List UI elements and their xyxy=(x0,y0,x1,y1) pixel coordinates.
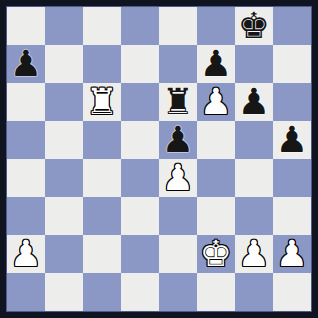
square-d5[interactable] xyxy=(121,121,159,159)
square-b1[interactable] xyxy=(45,273,83,311)
square-h6[interactable] xyxy=(273,83,311,121)
square-c7[interactable] xyxy=(83,45,121,83)
square-e7[interactable] xyxy=(159,45,197,83)
square-b8[interactable] xyxy=(45,7,83,45)
square-f6[interactable]: ♟ xyxy=(197,83,235,121)
square-b2[interactable] xyxy=(45,235,83,273)
square-d4[interactable] xyxy=(121,159,159,197)
square-a7[interactable]: ♟ xyxy=(7,45,45,83)
square-h4[interactable] xyxy=(273,159,311,197)
square-e3[interactable] xyxy=(159,197,197,235)
square-g7[interactable] xyxy=(235,45,273,83)
square-c8[interactable] xyxy=(83,7,121,45)
square-a5[interactable] xyxy=(7,121,45,159)
square-d3[interactable] xyxy=(121,197,159,235)
square-a6[interactable] xyxy=(7,83,45,121)
black-king: ♚ xyxy=(238,7,270,45)
black-pawn: ♟ xyxy=(276,121,308,159)
square-f7[interactable]: ♟ xyxy=(197,45,235,83)
square-b4[interactable] xyxy=(45,159,83,197)
board-frame: ♚♟♟♜♜♟♟♟♟♟♟♚♟♟ xyxy=(0,0,318,318)
square-c4[interactable] xyxy=(83,159,121,197)
square-b7[interactable] xyxy=(45,45,83,83)
square-h2[interactable]: ♟ xyxy=(273,235,311,273)
chess-board: ♚♟♟♜♜♟♟♟♟♟♟♚♟♟ xyxy=(7,7,311,311)
square-d7[interactable] xyxy=(121,45,159,83)
white-rook: ♜ xyxy=(86,83,118,121)
square-c5[interactable] xyxy=(83,121,121,159)
white-pawn: ♟ xyxy=(276,235,308,273)
square-b5[interactable] xyxy=(45,121,83,159)
square-g2[interactable]: ♟ xyxy=(235,235,273,273)
square-h3[interactable] xyxy=(273,197,311,235)
square-e4[interactable]: ♟ xyxy=(159,159,197,197)
white-pawn: ♟ xyxy=(162,159,194,197)
square-c2[interactable] xyxy=(83,235,121,273)
square-e2[interactable] xyxy=(159,235,197,273)
square-a8[interactable] xyxy=(7,7,45,45)
square-f5[interactable] xyxy=(197,121,235,159)
square-h5[interactable]: ♟ xyxy=(273,121,311,159)
square-e1[interactable] xyxy=(159,273,197,311)
square-c3[interactable] xyxy=(83,197,121,235)
square-g8[interactable]: ♚ xyxy=(235,7,273,45)
square-c6[interactable]: ♜ xyxy=(83,83,121,121)
square-c1[interactable] xyxy=(83,273,121,311)
black-pawn: ♟ xyxy=(200,45,232,83)
square-h7[interactable] xyxy=(273,45,311,83)
square-a4[interactable] xyxy=(7,159,45,197)
square-g4[interactable] xyxy=(235,159,273,197)
square-g3[interactable] xyxy=(235,197,273,235)
square-d1[interactable] xyxy=(121,273,159,311)
black-rook: ♜ xyxy=(162,83,194,121)
square-g6[interactable]: ♟ xyxy=(235,83,273,121)
black-pawn: ♟ xyxy=(10,45,42,83)
square-d6[interactable] xyxy=(121,83,159,121)
square-a1[interactable] xyxy=(7,273,45,311)
white-king: ♚ xyxy=(200,235,232,273)
square-b6[interactable] xyxy=(45,83,83,121)
square-h1[interactable] xyxy=(273,273,311,311)
square-f3[interactable] xyxy=(197,197,235,235)
square-g5[interactable] xyxy=(235,121,273,159)
square-a3[interactable] xyxy=(7,197,45,235)
black-pawn: ♟ xyxy=(162,121,194,159)
black-pawn: ♟ xyxy=(238,83,270,121)
square-f2[interactable]: ♚ xyxy=(197,235,235,273)
square-e5[interactable]: ♟ xyxy=(159,121,197,159)
board-inner-frame: ♚♟♟♜♜♟♟♟♟♟♟♚♟♟ xyxy=(6,6,312,312)
white-pawn: ♟ xyxy=(10,235,42,273)
square-d8[interactable] xyxy=(121,7,159,45)
square-b3[interactable] xyxy=(45,197,83,235)
white-pawn: ♟ xyxy=(200,83,232,121)
square-f8[interactable] xyxy=(197,7,235,45)
square-g1[interactable] xyxy=(235,273,273,311)
square-e8[interactable] xyxy=(159,7,197,45)
square-a2[interactable]: ♟ xyxy=(7,235,45,273)
square-e6[interactable]: ♜ xyxy=(159,83,197,121)
square-f1[interactable] xyxy=(197,273,235,311)
square-f4[interactable] xyxy=(197,159,235,197)
square-h8[interactable] xyxy=(273,7,311,45)
square-d2[interactable] xyxy=(121,235,159,273)
white-pawn: ♟ xyxy=(238,235,270,273)
